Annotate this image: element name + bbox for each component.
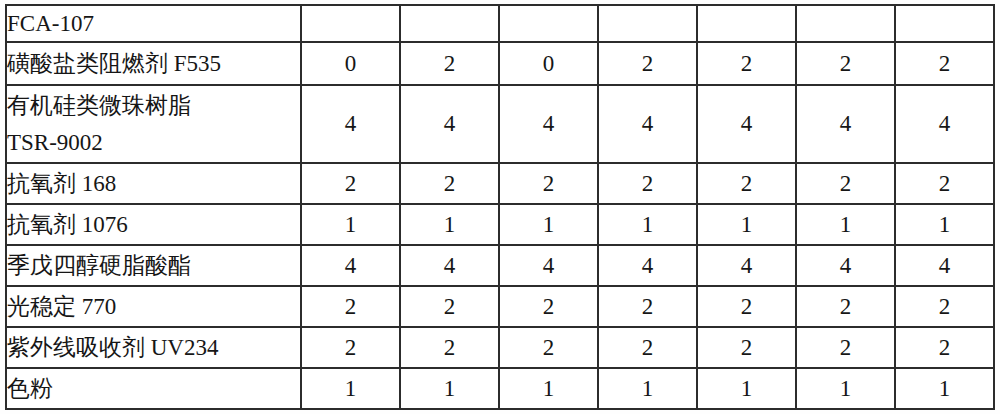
row-label: 紫外线吸收剂 UV234 — [6, 327, 301, 368]
table-cell: 4 — [499, 245, 598, 286]
table-cell: 2 — [895, 163, 994, 204]
table-cell: 2 — [796, 327, 895, 368]
table-cell: 2 — [499, 327, 598, 368]
table-cell: 2 — [796, 42, 895, 85]
table-cell: 2 — [895, 42, 994, 85]
table-cell: 4 — [400, 245, 499, 286]
table-cell — [895, 5, 994, 42]
table-cell: 2 — [598, 163, 697, 204]
row-label: 光稳定 770 — [6, 286, 301, 327]
table-cell: 4 — [895, 85, 994, 163]
table-cell: 2 — [598, 42, 697, 85]
table-cell: 4 — [301, 245, 400, 286]
table-cell: 2 — [895, 286, 994, 327]
table-cell: 2 — [697, 327, 796, 368]
table-cell: 1 — [499, 204, 598, 245]
table-cell: 1 — [301, 368, 400, 409]
table-cell: 2 — [697, 163, 796, 204]
table-row: 紫外线吸收剂 UV234 2 2 2 2 2 2 2 — [6, 327, 994, 368]
row-label: FCA-107 — [6, 5, 301, 42]
table-cell: 4 — [697, 245, 796, 286]
table-cell: 2 — [598, 286, 697, 327]
table-cell: 2 — [697, 286, 796, 327]
row-label: 色粉 — [6, 368, 301, 409]
table-cell: 2 — [796, 163, 895, 204]
table-cell: 2 — [400, 163, 499, 204]
table-cell — [697, 5, 796, 42]
table-row: 光稳定 770 2 2 2 2 2 2 2 — [6, 286, 994, 327]
table-cell: 1 — [499, 368, 598, 409]
table-cell: 2 — [499, 163, 598, 204]
table-cell: 2 — [499, 286, 598, 327]
table-cell: 4 — [301, 85, 400, 163]
table-cell: 4 — [400, 85, 499, 163]
table-cell: 1 — [796, 204, 895, 245]
table-row: 抗氧剂 168 2 2 2 2 2 2 2 — [6, 163, 994, 204]
table-cell — [598, 5, 697, 42]
table-cell: 2 — [598, 327, 697, 368]
scanned-document-page: FCA-107 磺酸盐类阻燃剂 F535 0 2 0 2 2 2 2 — [0, 0, 1000, 414]
table-cell: 1 — [301, 204, 400, 245]
row-label: 季戊四醇硬脂酸酯 — [6, 245, 301, 286]
table-cell — [400, 5, 499, 42]
table-cell: 4 — [796, 85, 895, 163]
table-cell: 1 — [895, 204, 994, 245]
table-cell: 0 — [499, 42, 598, 85]
table-cell: 1 — [400, 204, 499, 245]
table-cell: 2 — [796, 286, 895, 327]
table-cell: 2 — [400, 327, 499, 368]
table-row: 季戊四醇硬脂酸酯 4 4 4 4 4 4 4 — [6, 245, 994, 286]
table-cell: 2 — [895, 327, 994, 368]
table-cell: 2 — [301, 286, 400, 327]
table-cell — [796, 5, 895, 42]
table-cell: 2 — [400, 42, 499, 85]
table-row: 有机硅类微珠树脂 TSR-9002 4 4 4 4 4 4 4 — [6, 85, 994, 163]
table-row: FCA-107 — [6, 5, 994, 42]
table-cell: 1 — [796, 368, 895, 409]
table-cell: 4 — [598, 85, 697, 163]
table-row: 磺酸盐类阻燃剂 F535 0 2 0 2 2 2 2 — [6, 42, 994, 85]
table-cell: 2 — [301, 163, 400, 204]
table-cell: 1 — [697, 204, 796, 245]
table-cell: 1 — [697, 368, 796, 409]
table-cell: 2 — [697, 42, 796, 85]
table-cell: 2 — [301, 327, 400, 368]
row-label: 抗氧剂 1076 — [6, 204, 301, 245]
formulation-table: FCA-107 磺酸盐类阻燃剂 F535 0 2 0 2 2 2 2 — [5, 4, 995, 410]
row-label-line1: 有机硅类微珠树脂 — [7, 87, 300, 124]
table-cell: 4 — [895, 245, 994, 286]
row-label: 有机硅类微珠树脂 TSR-9002 — [6, 85, 301, 163]
table-cell: 4 — [796, 245, 895, 286]
table-cell: 0 — [301, 42, 400, 85]
table-row: 色粉 1 1 1 1 1 1 1 — [6, 368, 994, 409]
table-cell: 4 — [499, 85, 598, 163]
table-row: 抗氧剂 1076 1 1 1 1 1 1 1 — [6, 204, 994, 245]
row-label: 抗氧剂 168 — [6, 163, 301, 204]
row-label: 磺酸盐类阻燃剂 F535 — [6, 42, 301, 85]
row-label-line2: TSR-9002 — [7, 124, 300, 161]
table-cell — [301, 5, 400, 42]
table-cell — [499, 5, 598, 42]
table-cell: 1 — [598, 204, 697, 245]
table-cell: 1 — [895, 368, 994, 409]
table-cell: 1 — [400, 368, 499, 409]
table-cell: 2 — [400, 286, 499, 327]
table-cell: 1 — [598, 368, 697, 409]
table-cell: 4 — [697, 85, 796, 163]
table-cell: 4 — [598, 245, 697, 286]
